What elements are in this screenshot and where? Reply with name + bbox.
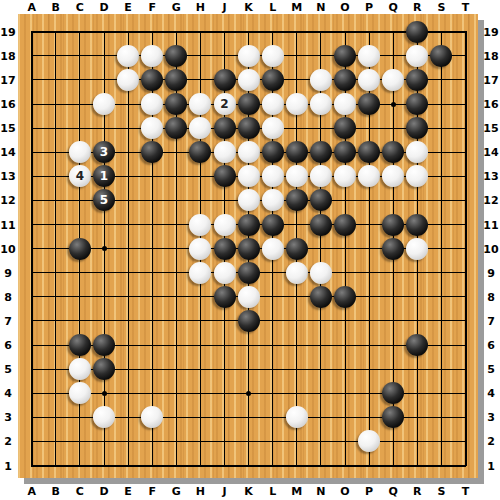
white-stone[interactable] [238,165,260,187]
black-stone[interactable] [358,93,380,115]
coord-label-bottom: M [291,485,302,498]
coord-label-top: H [196,1,205,14]
coord-label-bottom: C [76,485,84,498]
coord-label-left: 10 [0,242,15,255]
coord-label-top: J [222,1,226,14]
coord-label-right: 10 [483,242,498,255]
grid-line-horizontal [31,441,467,442]
white-stone[interactable] [358,165,380,187]
move-number-label: 3 [100,146,108,158]
coord-label-top: B [52,1,60,14]
coord-label-left: 17 [0,73,15,86]
white-stone[interactable] [262,238,284,260]
white-stone[interactable] [382,69,404,91]
black-stone[interactable] [286,189,308,211]
black-stone[interactable] [165,117,187,139]
white-stone[interactable] [334,165,356,187]
coord-label-left: 9 [4,266,12,279]
coord-label-left: 13 [0,170,15,183]
coord-label-left: 2 [4,435,12,448]
coord-label-right: 19 [483,25,498,38]
coord-label-left: 1 [4,459,12,472]
black-stone[interactable]: 3 [93,141,115,163]
coord-label-right: 12 [483,194,498,207]
coord-label-right: 14 [483,146,498,159]
coord-label-left: 4 [4,387,12,400]
black-stone[interactable] [382,238,404,260]
grid-line-horizontal [31,465,467,467]
coord-label-bottom: O [340,485,349,498]
coord-label-top: D [99,1,108,14]
black-stone[interactable] [238,117,260,139]
star-point [391,102,396,107]
coord-label-right: 1 [487,459,495,472]
black-stone[interactable] [189,141,211,163]
white-stone[interactable] [262,117,284,139]
black-stone[interactable] [165,69,187,91]
black-stone[interactable] [262,214,284,236]
white-stone[interactable] [238,69,260,91]
white-stone[interactable]: 2 [214,93,236,115]
coord-label-bottom: R [413,485,421,498]
black-stone[interactable] [406,117,428,139]
coord-label-right: 4 [487,387,495,400]
coord-label-top: C [76,1,84,14]
black-stone[interactable] [93,358,115,380]
black-stone[interactable] [238,93,260,115]
black-stone[interactable] [406,21,428,43]
coord-label-right: 13 [483,170,498,183]
coord-label-bottom: T [462,485,470,498]
coord-label-left: 6 [4,339,12,352]
coord-label-top: O [340,1,349,14]
coord-label-top: E [124,1,132,14]
white-stone[interactable] [238,286,260,308]
grid-line-vertical [441,31,442,467]
black-stone[interactable]: 1 [93,165,115,187]
black-stone[interactable] [238,238,260,260]
coord-label-bottom: K [244,485,253,498]
coord-label-top: N [316,1,325,14]
black-stone[interactable] [406,69,428,91]
coord-label-right: 18 [483,49,498,62]
coord-label-left: 5 [4,363,12,376]
white-stone[interactable] [141,117,163,139]
coord-label-left: 19 [0,25,15,38]
coord-label-left: 12 [0,194,15,207]
black-stone[interactable] [310,286,332,308]
coord-label-left: 14 [0,146,15,159]
black-stone[interactable] [141,69,163,91]
white-stone[interactable] [117,69,139,91]
white-stone[interactable] [141,45,163,67]
black-stone[interactable] [214,165,236,187]
coord-label-bottom: F [148,485,156,498]
white-stone[interactable] [358,45,380,67]
coord-label-right: 3 [487,411,495,424]
white-stone[interactable] [69,382,91,404]
black-stone[interactable]: 5 [93,189,115,211]
white-stone[interactable] [69,141,91,163]
star-point [246,391,251,396]
coord-label-right: 8 [487,290,495,303]
white-stone[interactable] [286,406,308,428]
black-stone[interactable] [310,214,332,236]
black-stone[interactable] [334,286,356,308]
coord-label-left: 7 [4,314,12,327]
coord-label-bottom: A [27,485,36,498]
black-stone[interactable] [165,93,187,115]
coord-label-top: A [27,1,36,14]
white-stone[interactable] [141,406,163,428]
black-stone[interactable] [382,214,404,236]
coord-label-top: L [269,1,276,14]
white-stone[interactable] [93,93,115,115]
coord-label-left: 11 [0,218,15,231]
white-stone[interactable] [334,93,356,115]
coord-label-top: S [437,1,445,14]
black-stone[interactable] [262,141,284,163]
star-point [102,391,107,396]
white-stone[interactable] [238,141,260,163]
move-number-label: 4 [76,170,84,182]
white-stone[interactable] [93,406,115,428]
coord-label-bottom: H [196,485,205,498]
white-stone[interactable] [406,141,428,163]
coord-label-top: R [413,1,421,14]
white-stone[interactable] [189,93,211,115]
coord-label-bottom: B [52,485,60,498]
black-stone[interactable] [382,406,404,428]
coord-label-left: 15 [0,122,15,135]
coord-label-right: 6 [487,339,495,352]
coord-label-top: K [244,1,253,14]
black-stone[interactable] [262,69,284,91]
coord-label-bottom: N [316,485,325,498]
coord-label-bottom: Q [389,485,398,498]
grid-line-vertical [465,31,467,467]
coord-label-bottom: E [124,485,132,498]
white-stone[interactable] [382,165,404,187]
white-stone[interactable] [286,262,308,284]
white-stone[interactable] [358,69,380,91]
black-stone[interactable] [238,262,260,284]
black-stone[interactable] [334,69,356,91]
black-stone[interactable] [214,69,236,91]
coord-label-bottom: P [365,485,373,498]
coord-label-top: G [172,1,181,14]
black-stone[interactable] [286,141,308,163]
black-stone[interactable] [382,382,404,404]
black-stone[interactable] [214,117,236,139]
move-number-label: 1 [100,170,108,182]
coord-label-right: 15 [483,122,498,135]
black-stone[interactable] [334,45,356,67]
coord-label-top: P [365,1,373,14]
black-stone[interactable] [93,334,115,356]
move-number-label: 5 [100,194,108,206]
black-stone[interactable] [358,141,380,163]
black-stone[interactable] [430,45,452,67]
black-stone[interactable] [310,189,332,211]
white-stone[interactable] [214,262,236,284]
coord-label-bottom: S [437,485,445,498]
coord-label-left: 3 [4,411,12,424]
black-stone[interactable] [214,238,236,260]
white-stone[interactable] [214,214,236,236]
coord-label-right: 16 [483,98,498,111]
coord-label-left: 16 [0,98,15,111]
black-stone[interactable] [406,334,428,356]
coord-label-bottom: G [172,485,181,498]
go-board-app: 23415 AABBCCDDEEFFGGHHJJKKLLMMNNOOPPQQRR… [0,0,500,500]
coord-label-top: F [148,1,156,14]
coord-label-left: 18 [0,49,15,62]
coord-label-bottom: J [222,485,226,498]
white-stone[interactable] [141,93,163,115]
white-stone[interactable] [310,262,332,284]
white-stone[interactable] [310,165,332,187]
white-stone[interactable] [189,117,211,139]
star-point [102,246,107,251]
white-stone[interactable] [406,165,428,187]
white-stone[interactable] [262,45,284,67]
coord-label-top: Q [389,1,398,14]
coord-label-right: 11 [483,218,498,231]
black-stone[interactable] [334,141,356,163]
move-number-label: 2 [220,98,228,110]
black-stone[interactable] [310,141,332,163]
white-stone[interactable] [358,430,380,452]
white-stone[interactable] [189,214,211,236]
white-stone[interactable] [286,93,308,115]
white-stone[interactable] [189,262,211,284]
black-stone[interactable] [69,334,91,356]
black-stone[interactable] [238,310,260,332]
white-stone[interactable] [286,165,308,187]
black-stone[interactable] [214,286,236,308]
white-stone[interactable] [238,189,260,211]
black-stone[interactable] [286,238,308,260]
white-stone[interactable] [69,358,91,380]
coord-label-top: T [462,1,470,14]
coord-label-right: 5 [487,363,495,376]
coord-label-bottom: L [269,485,276,498]
coord-label-right: 9 [487,266,495,279]
black-stone[interactable] [69,238,91,260]
white-stone[interactable] [406,45,428,67]
white-stone[interactable] [214,141,236,163]
white-stone[interactable] [310,93,332,115]
white-stone[interactable]: 4 [69,165,91,187]
white-stone[interactable] [262,189,284,211]
white-stone[interactable] [406,238,428,260]
black-stone[interactable] [406,214,428,236]
black-stone[interactable] [238,214,260,236]
white-stone[interactable] [189,238,211,260]
coord-label-bottom: D [99,485,108,498]
coord-label-right: 7 [487,314,495,327]
white-stone[interactable] [238,45,260,67]
black-stone[interactable] [334,117,356,139]
black-stone[interactable] [334,214,356,236]
white-stone[interactable] [310,69,332,91]
white-stone[interactable] [262,165,284,187]
coord-label-right: 17 [483,73,498,86]
coord-label-left: 8 [4,290,12,303]
black-stone[interactable] [382,141,404,163]
white-stone[interactable] [262,93,284,115]
black-stone[interactable] [141,141,163,163]
coord-label-right: 2 [487,435,495,448]
board[interactable]: 23415 [18,14,478,478]
white-stone[interactable] [117,45,139,67]
black-stone[interactable] [406,93,428,115]
coord-label-top: M [291,1,302,14]
black-stone[interactable] [165,45,187,67]
